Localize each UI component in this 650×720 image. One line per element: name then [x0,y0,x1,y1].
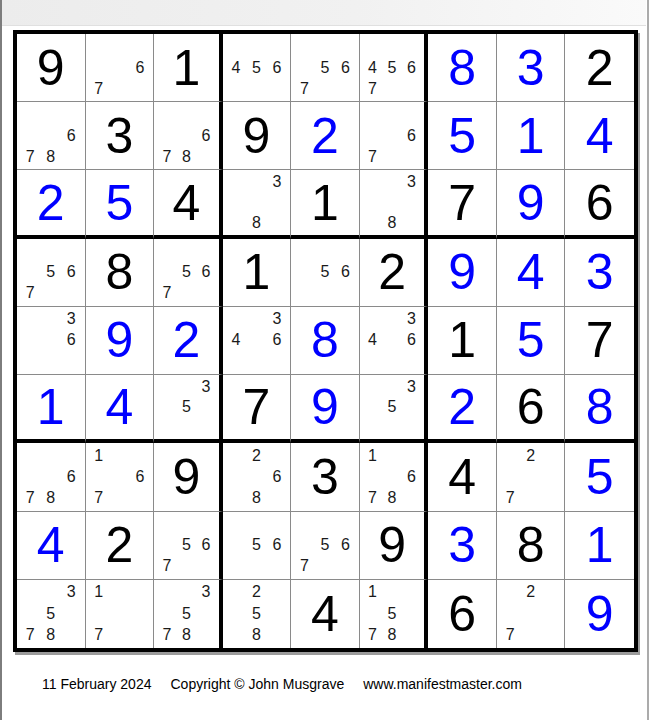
cell-r9c5[interactable]: 4 [291,580,360,648]
candidates: 38 [360,170,425,234]
cell-value: 4 [172,178,200,228]
cell-value: 5 [448,111,476,161]
candidate-2: 2 [520,582,541,603]
cell-r3c5[interactable]: 1 [291,170,360,238]
cell-value: 9 [243,111,271,161]
cell-value: 9 [311,382,339,432]
cell-r6c9[interactable]: 8 [565,375,634,443]
candidate-7: 7 [20,487,41,508]
cell-r7c7[interactable]: 4 [428,443,497,511]
candidate-5: 5 [246,535,267,556]
cell-value: 4 [517,247,545,297]
cell-value: 8 [105,247,133,297]
candidates: 258 [223,580,291,648]
cell-value: 1 [311,178,339,228]
candidate-8: 8 [41,487,62,508]
candidate-6: 6 [267,330,288,351]
cell-r5c1[interactable]: 36 [17,307,86,375]
candidate-4: 4 [363,57,383,78]
cell-value: 4 [37,520,65,570]
cell-value: 6 [517,382,545,432]
candidates: 268 [223,443,291,510]
candidate-5: 5 [382,57,402,78]
candidates: 38 [223,170,291,234]
candidate-3: 3 [402,377,422,397]
cell-r5c5[interactable]: 8 [291,307,360,375]
cell-value: 7 [586,315,614,365]
candidate-8: 8 [246,213,267,233]
cell-value: 3 [311,452,339,502]
cell-r7c5[interactable]: 3 [291,443,360,511]
candidate-6: 6 [267,466,288,487]
candidate-8: 8 [177,625,197,646]
cell-r9c2[interactable]: 17 [86,580,155,648]
candidate-7: 7 [363,78,383,99]
candidate-8: 8 [246,625,267,646]
candidate-2: 2 [246,582,267,603]
candidate-7: 7 [20,146,41,167]
cell-r8c4[interactable]: 56 [223,512,292,580]
cell-r5c6[interactable]: 346 [360,307,429,375]
cell-r4c3[interactable]: 567 [154,239,223,307]
cell-r8c1[interactable]: 4 [17,512,86,580]
cell-r3c2[interactable]: 5 [86,170,155,238]
candidate-5: 5 [315,535,336,556]
candidate-6: 6 [335,535,356,556]
cell-r2c5[interactable]: 2 [291,102,360,170]
candidate-8: 8 [246,487,267,508]
cell-r4c8[interactable]: 4 [497,239,566,307]
candidates: 3578 [17,580,85,648]
cell-value: 4 [448,452,476,502]
cell-r6c3[interactable]: 35 [154,375,223,443]
cell-r2c9[interactable]: 4 [565,102,634,170]
candidates: 56 [291,239,359,306]
candidate-3: 3 [267,309,288,330]
candidates: 456 [223,34,291,101]
cell-r1c8[interactable]: 3 [497,34,566,102]
cell-r3c8[interactable]: 9 [497,170,566,238]
cell-value: 3 [105,111,133,161]
cell-value: 2 [311,111,339,161]
candidate-6: 6 [61,466,82,487]
cell-r3c6[interactable]: 38 [360,170,429,238]
footer: 11 February 2024 Copyright © John Musgra… [42,676,522,692]
candidate-7: 7 [363,146,383,167]
window-left-edge [0,0,2,720]
candidate-7: 7 [294,556,315,577]
cell-value: 2 [586,43,614,93]
cell-value: 4 [105,382,133,432]
candidate-7: 7 [294,78,315,99]
cell-value: 5 [105,178,133,228]
candidates: 27 [497,580,565,648]
cell-r1c1[interactable]: 9 [17,34,86,102]
cell-r4c4[interactable]: 1 [223,239,292,307]
candidate-7: 7 [363,625,383,646]
candidate-3: 3 [402,309,422,330]
cell-r5c3[interactable]: 2 [154,307,223,375]
cell-r8c9[interactable]: 1 [565,512,634,580]
candidates: 567 [17,239,85,306]
cell-value: 8 [311,315,339,365]
candidate-5: 5 [246,603,267,624]
candidate-6: 6 [335,57,356,78]
candidate-5: 5 [246,57,267,78]
cell-value: 2 [37,178,65,228]
cell-value: 6 [448,589,476,639]
candidate-8: 8 [41,625,62,646]
footer-website: www.manifestmaster.com [363,676,522,692]
cell-value: 1 [448,315,476,365]
candidate-7: 7 [157,625,177,646]
cell-r7c2[interactable]: 167 [86,443,155,511]
candidate-6: 6 [196,125,216,146]
cell-r7c3[interactable]: 9 [154,443,223,511]
cell-r2c8[interactable]: 1 [497,102,566,170]
cell-value: 8 [517,520,545,570]
cell-r9c9[interactable]: 9 [565,580,634,648]
cell-r7c8[interactable]: 27 [497,443,566,511]
candidates: 67 [360,102,425,169]
cell-r6c6[interactable]: 35 [360,375,429,443]
candidate-7: 7 [363,487,383,508]
candidates: 678 [17,102,85,169]
cell-r4c5[interactable]: 56 [291,239,360,307]
candidate-6: 6 [130,466,151,487]
cell-value: 7 [243,382,271,432]
candidate-5: 5 [382,603,402,624]
cell-r6c8[interactable]: 6 [497,375,566,443]
candidate-3: 3 [267,172,288,192]
cell-r9c6[interactable]: 1578 [360,580,429,648]
candidate-4: 4 [363,330,383,351]
cell-r6c7[interactable]: 2 [428,375,497,443]
candidate-6: 6 [267,57,288,78]
cell-value: 9 [37,43,65,93]
cell-r1c6[interactable]: 4567 [360,34,429,102]
candidate-5: 5 [315,262,336,283]
cell-r5c4[interactable]: 346 [223,307,292,375]
candidates: 4567 [360,34,425,101]
cell-r2c4[interactable]: 9 [223,102,292,170]
candidate-5: 5 [41,603,62,624]
candidate-7: 7 [20,625,41,646]
candidate-7: 7 [157,556,177,577]
cell-r6c1[interactable]: 1 [17,375,86,443]
cell-r8c7[interactable]: 3 [428,512,497,580]
candidate-6: 6 [402,57,422,78]
candidate-7: 7 [500,487,521,508]
candidates: 1678 [360,443,425,510]
cell-value: 9 [378,520,406,570]
cell-value: 9 [517,178,545,228]
cell-value: 9 [105,315,133,365]
cell-value: 3 [586,247,614,297]
candidate-7: 7 [157,283,177,304]
cell-r5c8[interactable]: 5 [497,307,566,375]
candidate-6: 6 [402,466,422,487]
cell-r2c6[interactable]: 67 [360,102,429,170]
cell-r1c4[interactable]: 456 [223,34,292,102]
candidate-6: 6 [61,330,82,351]
cell-value: 9 [448,247,476,297]
candidate-6: 6 [196,535,216,556]
cell-value: 3 [448,520,476,570]
cell-value: 2 [448,382,476,432]
candidates: 678 [17,443,85,510]
cell-r9c3[interactable]: 3578 [154,580,223,648]
candidate-8: 8 [382,487,402,508]
candidate-6: 6 [196,262,216,283]
cell-r7c9[interactable]: 5 [565,443,634,511]
cell-r5c2[interactable]: 9 [86,307,155,375]
cell-r8c3[interactable]: 567 [154,512,223,580]
cell-value: 1 [586,520,614,570]
cell-r4c6[interactable]: 2 [360,239,429,307]
candidate-7: 7 [89,625,110,646]
candidates: 67 [86,34,154,101]
candidate-3: 3 [61,309,82,330]
candidate-1: 1 [363,445,383,466]
candidate-7: 7 [89,487,110,508]
candidate-7: 7 [157,146,177,167]
cell-value: 8 [586,382,614,432]
cell-r6c5[interactable]: 9 [291,375,360,443]
cell-r4c2[interactable]: 8 [86,239,155,307]
candidates: 567 [291,34,359,101]
candidates: 1578 [360,580,425,648]
cell-value: 7 [448,178,476,228]
candidates: 567 [154,512,219,579]
candidates: 56 [223,512,291,579]
candidate-8: 8 [382,213,402,233]
candidate-3: 3 [196,377,216,397]
candidate-8: 8 [382,625,402,646]
cell-value: 4 [311,589,339,639]
candidate-6: 6 [335,262,356,283]
candidate-6: 6 [130,57,151,78]
candidate-6: 6 [61,125,82,146]
cell-value: 8 [448,43,476,93]
candidate-5: 5 [382,397,402,417]
cell-value: 2 [105,520,133,570]
cell-r9c4[interactable]: 258 [223,580,292,648]
cell-r1c5[interactable]: 567 [291,34,360,102]
cell-value: 4 [586,111,614,161]
cell-r8c2[interactable]: 2 [86,512,155,580]
candidates: 567 [154,239,219,306]
cell-r1c2[interactable]: 67 [86,34,155,102]
cell-r8c8[interactable]: 8 [497,512,566,580]
candidates: 36 [17,307,85,374]
candidate-1: 1 [363,582,383,603]
candidate-5: 5 [177,535,197,556]
candidates: 567 [291,512,359,579]
cell-r5c7[interactable]: 1 [428,307,497,375]
cell-r4c9[interactable]: 3 [565,239,634,307]
cell-value: 9 [172,452,200,502]
candidate-6: 6 [402,125,422,146]
cell-r3c7[interactable]: 7 [428,170,497,238]
candidate-8: 8 [41,146,62,167]
candidate-7: 7 [20,283,41,304]
cell-r1c3[interactable]: 1 [154,34,223,102]
cell-r9c1[interactable]: 3578 [17,580,86,648]
candidate-4: 4 [226,330,247,351]
candidates: 35 [154,375,219,439]
candidate-3: 3 [196,582,216,603]
candidate-2: 2 [520,445,541,466]
cell-value: 1 [243,247,271,297]
candidate-6: 6 [402,330,422,351]
candidates: 167 [86,443,154,510]
candidate-8: 8 [177,146,197,167]
candidate-1: 1 [89,445,110,466]
cell-r9c7[interactable]: 6 [428,580,497,648]
cell-value: 5 [517,315,545,365]
cell-r2c7[interactable]: 5 [428,102,497,170]
cell-r5c9[interactable]: 7 [565,307,634,375]
candidates: 346 [360,307,425,374]
candidates: 27 [497,443,565,510]
footer-copyright: Copyright © John Musgrave [170,676,344,692]
candidate-3: 3 [61,582,82,603]
candidates: 3578 [154,580,219,648]
candidate-5: 5 [177,603,197,624]
candidates: 17 [86,580,154,648]
cell-r3c1[interactable]: 2 [17,170,86,238]
cell-r2c2[interactable]: 3 [86,102,155,170]
cell-r7c1[interactable]: 678 [17,443,86,511]
candidate-6: 6 [61,262,82,283]
candidate-7: 7 [89,78,110,99]
footer-date: 11 February 2024 [42,676,151,692]
candidate-5: 5 [177,397,197,417]
candidate-7: 7 [500,625,521,646]
cell-value: 1 [517,111,545,161]
cell-r4c7[interactable]: 9 [428,239,497,307]
cell-r1c9[interactable]: 2 [565,34,634,102]
cell-r2c3[interactable]: 678 [154,102,223,170]
cell-r8c5[interactable]: 567 [291,512,360,580]
candidates: 346 [223,307,291,374]
cell-value: 1 [172,43,200,93]
cell-r2c1[interactable]: 678 [17,102,86,170]
cell-value: 5 [586,452,614,502]
cell-r3c9[interactable]: 6 [565,170,634,238]
candidate-3: 3 [402,172,422,192]
cell-r3c4[interactable]: 38 [223,170,292,238]
candidate-4: 4 [226,57,247,78]
candidates: 678 [154,102,219,169]
window-right-edge [647,0,649,720]
cell-value: 1 [37,382,65,432]
cell-value: 2 [378,247,406,297]
candidate-2: 2 [246,445,267,466]
cell-r7c4[interactable]: 268 [223,443,292,511]
cell-value: 6 [586,178,614,228]
candidates: 35 [360,375,425,439]
cell-r7c6[interactable]: 1678 [360,443,429,511]
cell-value: 2 [172,315,200,365]
cell-r6c4[interactable]: 7 [223,375,292,443]
sudoku-board: 9671456567456783267836789267514254381387… [13,30,638,652]
cell-value: 3 [517,43,545,93]
candidate-1: 1 [89,582,110,603]
cell-r1c7[interactable]: 8 [428,34,497,102]
candidate-5: 5 [177,262,197,283]
candidate-6: 6 [267,535,288,556]
candidate-5: 5 [41,262,62,283]
cell-r4c1[interactable]: 567 [17,239,86,307]
candidate-5: 5 [315,57,336,78]
cell-r3c3[interactable]: 4 [154,170,223,238]
window-titlebar [2,0,646,26]
cell-r9c8[interactable]: 27 [497,580,566,648]
cell-r6c2[interactable]: 4 [86,375,155,443]
cell-r8c6[interactable]: 9 [360,512,429,580]
cell-value: 9 [586,589,614,639]
